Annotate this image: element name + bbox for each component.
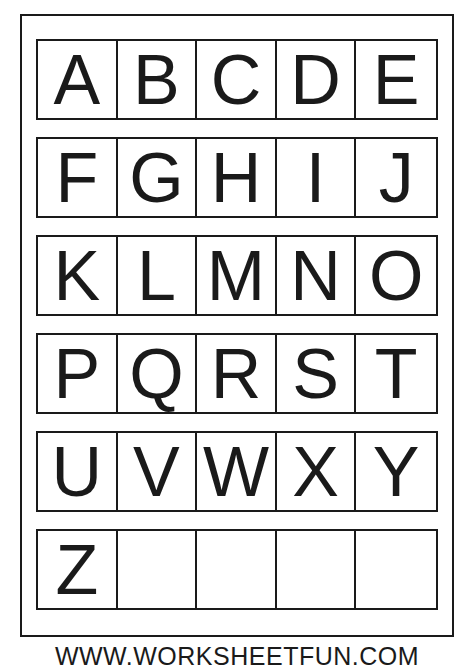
grid-row-4: PQRST [36, 333, 438, 414]
grid-cell-K: K [38, 237, 118, 314]
grid-cell-empty-r6c5 [356, 531, 436, 608]
grid-cell-B: B [118, 41, 198, 118]
grid-cell-W: W [197, 433, 277, 510]
grid-cell-O: O [356, 237, 436, 314]
grid-cell-P: P [38, 335, 118, 412]
grid-cell-empty-r6c4 [277, 531, 357, 608]
grid-cell-H: H [197, 139, 277, 216]
grid-cell-F: F [38, 139, 118, 216]
footer-website-text: WWW.WORKSHEETFUN.COM [0, 644, 474, 669]
grid-cell-G: G [118, 139, 198, 216]
grid-cell-V: V [118, 433, 198, 510]
grid-row-3: KLMNO [36, 235, 438, 316]
grid-cell-E: E [356, 41, 436, 118]
grid-cell-empty-r6c3 [197, 531, 277, 608]
grid-cell-L: L [118, 237, 198, 314]
grid-cell-D: D [277, 41, 357, 118]
grid-cell-X: X [277, 433, 357, 510]
grid-cell-C: C [197, 41, 277, 118]
grid-cell-M: M [197, 237, 277, 314]
grid-cell-Z: Z [38, 531, 118, 608]
grid-row-2: FGHIJ [36, 137, 438, 218]
grid-cell-S: S [277, 335, 357, 412]
grid-cell-empty-r6c2 [118, 531, 198, 608]
worksheet-frame: ABCDEFGHIJKLMNOPQRSTUVWXYZ [20, 14, 454, 637]
grid-cell-U: U [38, 433, 118, 510]
grid-cell-A: A [38, 41, 118, 118]
grid-row-1: ABCDE [36, 39, 438, 120]
grid-cell-Y: Y [356, 433, 436, 510]
grid-cell-T: T [356, 335, 436, 412]
grid-cell-N: N [277, 237, 357, 314]
grid-cell-I: I [277, 139, 357, 216]
grid-cell-J: J [356, 139, 436, 216]
grid-cell-R: R [197, 335, 277, 412]
grid-row-6: Z [36, 529, 438, 610]
grid-cell-Q: Q [118, 335, 198, 412]
grid-row-5: UVWXY [36, 431, 438, 512]
